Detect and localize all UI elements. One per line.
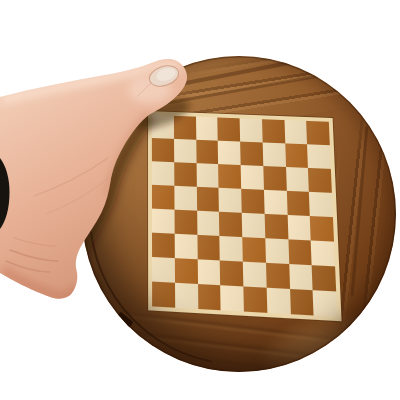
- square-r3c2: [174, 162, 196, 187]
- square-r4c1: [152, 185, 174, 210]
- square-r3c6: [263, 166, 286, 191]
- square-r3c5: [241, 165, 264, 190]
- square-r6c6: [265, 238, 289, 264]
- square-r6c4: [220, 236, 243, 262]
- square-r1c5: [240, 118, 263, 142]
- square-r5c6: [264, 214, 288, 239]
- photo-hand-holding-round-chess-box: [0, 0, 400, 400]
- square-r5c8: [310, 216, 334, 242]
- square-r4c2: [174, 186, 197, 211]
- square-r7c4: [220, 260, 243, 286]
- square-r3c7: [286, 167, 310, 192]
- chess-board-inlay: [148, 111, 342, 321]
- square-r3c1: [152, 161, 174, 186]
- square-r2c6: [262, 142, 285, 166]
- square-r3c8: [308, 168, 332, 193]
- square-r5c3: [197, 211, 220, 236]
- square-r7c6: [266, 263, 290, 289]
- square-r3c4: [218, 164, 241, 189]
- square-r6c2: [174, 234, 197, 260]
- square-r7c3: [197, 259, 220, 285]
- square-r1c4: [218, 117, 241, 141]
- square-r8c7: [290, 289, 314, 316]
- square-r2c5: [240, 142, 263, 166]
- square-r1c2: [174, 116, 196, 140]
- square-r4c3: [196, 187, 219, 212]
- square-r4c6: [264, 190, 287, 215]
- square-r2c4: [218, 141, 241, 165]
- square-r6c5: [242, 237, 265, 263]
- square-r5c1: [152, 209, 174, 234]
- square-r6c1: [152, 233, 175, 258]
- square-r1c3: [196, 117, 218, 141]
- square-r6c7: [288, 239, 312, 265]
- square-r1c7: [284, 120, 307, 144]
- square-r4c8: [309, 192, 333, 217]
- square-r1c8: [306, 121, 329, 145]
- square-r7c1: [152, 257, 175, 283]
- square-r2c1: [152, 138, 174, 162]
- chess-board-grid: [152, 115, 337, 317]
- square-r5c4: [219, 212, 242, 237]
- square-r8c3: [198, 284, 221, 310]
- chess-box-lid: [82, 56, 396, 372]
- square-r7c2: [175, 258, 198, 284]
- square-r6c3: [197, 235, 220, 261]
- square-r8c5: [243, 286, 267, 312]
- square-r2c8: [307, 144, 331, 169]
- square-r5c5: [242, 213, 265, 238]
- square-r5c2: [174, 210, 197, 235]
- square-r3c3: [196, 163, 219, 188]
- square-r8c6: [266, 288, 290, 314]
- square-r2c2: [174, 139, 196, 163]
- square-r2c7: [285, 143, 308, 168]
- square-r5c7: [287, 215, 311, 241]
- square-r6c8: [311, 240, 335, 266]
- wood-streak: [351, 126, 369, 296]
- square-r4c5: [241, 189, 264, 214]
- square-r1c6: [262, 119, 285, 143]
- square-r4c7: [286, 191, 310, 216]
- square-r8c8: [313, 290, 337, 317]
- square-r1c1: [152, 115, 174, 139]
- wrist-sleeve: [0, 158, 10, 229]
- square-r2c3: [196, 140, 219, 164]
- square-r8c2: [175, 283, 198, 309]
- square-r4c4: [219, 188, 242, 213]
- square-r7c7: [289, 264, 313, 290]
- square-r8c4: [220, 285, 244, 311]
- square-r7c8: [312, 265, 336, 291]
- square-r7c5: [243, 262, 267, 288]
- wood-streak: [118, 70, 345, 113]
